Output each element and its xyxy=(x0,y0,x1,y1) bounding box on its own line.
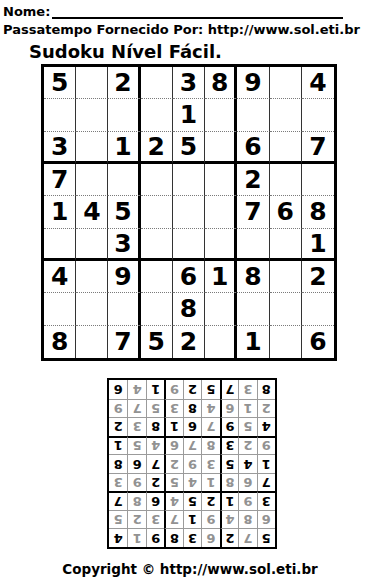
page-title: Sudoku Nível Fácil. xyxy=(29,41,222,62)
cell-r6c8 xyxy=(270,229,302,261)
cell-r8c8 xyxy=(270,293,302,325)
cell-r7c6: 1 xyxy=(205,261,237,293)
cell-r7c7: 8 xyxy=(237,261,269,293)
solution-cell-r2c9: 5 xyxy=(109,510,127,529)
cell-r2c9 xyxy=(302,99,334,131)
solution-cell-r3c6: 4 xyxy=(164,491,182,510)
cell-r8c4 xyxy=(141,293,173,325)
cell-r2c7 xyxy=(237,99,269,131)
cell-r2c5: 1 xyxy=(173,99,205,131)
solution-cell-r5c6: 2 xyxy=(164,454,182,473)
cell-r1c2 xyxy=(76,67,108,99)
solution-cell-r2c7: 3 xyxy=(146,510,164,529)
cell-r8c9 xyxy=(302,293,334,325)
solution-cell-r9c2: 3 xyxy=(238,380,256,399)
cell-r7c8 xyxy=(270,261,302,293)
solution-cell-r7c3: 9 xyxy=(220,417,238,436)
solution-cell-r9c3: 7 xyxy=(220,380,238,399)
solution-cell-r5c3: 5 xyxy=(220,454,238,473)
solution-cell-r2c6: 7 xyxy=(164,510,182,529)
cell-r8c6 xyxy=(205,293,237,325)
cell-r3c3: 1 xyxy=(108,132,140,164)
solution-cell-r1c3: 2 xyxy=(220,528,238,547)
cell-r6c7 xyxy=(237,229,269,261)
solution-cell-r6c4: 8 xyxy=(201,436,219,455)
solution-cell-r9c7: 1 xyxy=(146,380,164,399)
cell-r8c2 xyxy=(76,293,108,325)
cell-r5c4 xyxy=(141,196,173,228)
cell-r6c9: 1 xyxy=(302,229,334,261)
cell-r3c4: 2 xyxy=(141,132,173,164)
solution-cell-r6c9: 1 xyxy=(109,436,127,455)
solution-cell-r7c5: 6 xyxy=(183,417,201,436)
cell-r7c5: 6 xyxy=(173,261,205,293)
cell-r7c2 xyxy=(76,261,108,293)
cell-r4c9 xyxy=(302,164,334,196)
solution-cell-r1c2: 7 xyxy=(238,528,256,547)
solution-cell-r2c8: 2 xyxy=(127,510,145,529)
solution-cell-r6c1: 9 xyxy=(257,436,275,455)
cell-r9c6 xyxy=(205,326,237,358)
cell-r5c6 xyxy=(205,196,237,228)
cell-r1c9: 4 xyxy=(302,67,334,99)
cell-r8c1 xyxy=(44,293,76,325)
solution-cell-r4c9: 3 xyxy=(109,473,127,492)
solution-cell-r8c6: 3 xyxy=(164,399,182,418)
cell-r6c2 xyxy=(76,229,108,261)
solution-cell-r8c8: 7 xyxy=(127,399,145,418)
cell-r5c7: 7 xyxy=(237,196,269,228)
solution-cell-r4c3: 8 xyxy=(220,473,238,492)
solution-board-rotated: 5726389146849173253912546877681452931453… xyxy=(107,378,277,549)
solution-cell-r1c8: 1 xyxy=(127,528,145,547)
solution-cell-r4c6: 5 xyxy=(164,473,182,492)
cell-r8c3 xyxy=(108,293,140,325)
cell-r3c6 xyxy=(205,132,237,164)
cell-r7c3: 9 xyxy=(108,261,140,293)
solution-cell-r9c8: 4 xyxy=(127,380,145,399)
cell-r3c1: 3 xyxy=(44,132,76,164)
name-label: Nome: xyxy=(3,4,50,19)
cell-r1c4 xyxy=(141,67,173,99)
solution-cell-r3c9: 7 xyxy=(109,491,127,510)
cell-r6c3: 3 xyxy=(108,229,140,261)
solution-cell-r5c5: 9 xyxy=(183,454,201,473)
solution-cell-r8c7: 5 xyxy=(146,399,164,418)
cell-r4c7: 2 xyxy=(237,164,269,196)
solution-cell-r9c5: 2 xyxy=(183,380,201,399)
cell-r5c5 xyxy=(173,196,205,228)
cell-r3c9: 7 xyxy=(302,132,334,164)
solution-cell-r4c1: 7 xyxy=(257,473,275,492)
solution-cell-r2c1: 6 xyxy=(257,510,275,529)
solution-cell-r6c8: 5 xyxy=(127,436,145,455)
solution-cell-r6c3: 3 xyxy=(220,436,238,455)
solution-cell-r7c9: 2 xyxy=(109,417,127,436)
solution-cell-r2c5: 1 xyxy=(183,510,201,529)
cell-r1c5: 3 xyxy=(173,67,205,99)
cell-r2c6 xyxy=(205,99,237,131)
solution-cell-r9c6: 9 xyxy=(164,380,182,399)
solution-cell-r5c8: 6 xyxy=(127,454,145,473)
cell-r5c1: 1 xyxy=(44,196,76,228)
solution-cell-r7c1: 4 xyxy=(257,417,275,436)
solution-cell-r8c1: 2 xyxy=(257,399,275,418)
provided-by-text: Passatempo Fornecido Por: http://www.sol… xyxy=(3,22,360,37)
solution-cell-r5c4: 3 xyxy=(201,454,219,473)
name-row: Nome: xyxy=(3,3,343,19)
solution-cell-r9c1: 8 xyxy=(257,380,275,399)
cell-r5c9: 8 xyxy=(302,196,334,228)
solution-cell-r2c2: 8 xyxy=(238,510,256,529)
solution-cell-r5c7: 7 xyxy=(146,454,164,473)
cell-r2c1 xyxy=(44,99,76,131)
cell-r4c8 xyxy=(270,164,302,196)
solution-cell-r7c4: 7 xyxy=(201,417,219,436)
solution-cell-r1c5: 3 xyxy=(183,528,201,547)
cell-r4c5 xyxy=(173,164,205,196)
solution-cell-r6c6: 6 xyxy=(164,436,182,455)
solution-cell-r7c8: 3 xyxy=(127,417,145,436)
sudoku-solution-board: 5726389146849173253912546877681452931453… xyxy=(107,378,277,549)
solution-cell-r2c4: 9 xyxy=(201,510,219,529)
cell-r9c2 xyxy=(76,326,108,358)
cell-r4c3 xyxy=(108,164,140,196)
cell-r6c5 xyxy=(173,229,205,261)
solution-cell-r7c6: 1 xyxy=(164,417,182,436)
solution-cell-r3c2: 9 xyxy=(238,491,256,510)
cell-r3c7: 6 xyxy=(237,132,269,164)
cell-r4c1: 7 xyxy=(44,164,76,196)
cell-r7c9: 2 xyxy=(302,261,334,293)
name-blank-line xyxy=(52,3,343,19)
cell-r2c3 xyxy=(108,99,140,131)
cell-r8c5: 8 xyxy=(173,293,205,325)
solution-cell-r3c5: 5 xyxy=(183,491,201,510)
cell-r6c1 xyxy=(44,229,76,261)
solution-cell-r4c2: 6 xyxy=(238,473,256,492)
cell-r1c3: 2 xyxy=(108,67,140,99)
solution-cell-r2c3: 4 xyxy=(220,510,238,529)
cell-r2c8 xyxy=(270,99,302,131)
solution-cell-r4c7: 2 xyxy=(146,473,164,492)
cell-r6c4 xyxy=(141,229,173,261)
solution-cell-r6c5: 7 xyxy=(183,436,201,455)
cell-r9c3: 7 xyxy=(108,326,140,358)
solution-cell-r1c4: 6 xyxy=(201,528,219,547)
cell-r3c8 xyxy=(270,132,302,164)
cell-r5c2: 4 xyxy=(76,196,108,228)
cell-r8c7 xyxy=(237,293,269,325)
solution-cell-r3c4: 2 xyxy=(201,491,219,510)
solution-cell-r3c8: 8 xyxy=(127,491,145,510)
cell-r9c4: 5 xyxy=(141,326,173,358)
solution-cell-r1c9: 4 xyxy=(109,528,127,547)
copyright-text: Copyright © http://www.sol.eti.br xyxy=(0,561,380,577)
cell-r9c5: 2 xyxy=(173,326,205,358)
printable-sudoku-page: Nome: Passatempo Fornecido Por: http://w… xyxy=(0,0,380,585)
solution-cell-r7c2: 5 xyxy=(238,417,256,436)
solution-cell-r6c2: 2 xyxy=(238,436,256,455)
cell-r2c4 xyxy=(141,99,173,131)
solution-cell-r1c6: 8 xyxy=(164,528,182,547)
cell-r9c7: 1 xyxy=(237,326,269,358)
solution-cell-r9c4: 5 xyxy=(201,380,219,399)
solution-cell-r7c7: 8 xyxy=(146,417,164,436)
cell-r2c2 xyxy=(76,99,108,131)
cell-r9c1: 8 xyxy=(44,326,76,358)
solution-cell-r4c4: 1 xyxy=(201,473,219,492)
cell-r9c8 xyxy=(270,326,302,358)
cell-r5c8: 6 xyxy=(270,196,302,228)
solution-cell-r3c7: 6 xyxy=(146,491,164,510)
cell-r4c4 xyxy=(141,164,173,196)
cell-r6c6 xyxy=(205,229,237,261)
cell-r9c9: 6 xyxy=(302,326,334,358)
cell-r3c2 xyxy=(76,132,108,164)
solution-cell-r3c3: 1 xyxy=(220,491,238,510)
solution-cell-r1c7: 9 xyxy=(146,528,164,547)
solution-cell-r8c4: 4 xyxy=(201,399,219,418)
solution-cell-r9c9: 6 xyxy=(109,380,127,399)
solution-cell-r5c9: 8 xyxy=(109,454,127,473)
solution-cell-r5c2: 4 xyxy=(238,454,256,473)
sudoku-board: 523894131256772145768314961828875216 xyxy=(41,64,337,361)
solution-cell-r3c1: 3 xyxy=(257,491,275,510)
cell-r1c8 xyxy=(270,67,302,99)
cell-r5c3: 5 xyxy=(108,196,140,228)
cell-r4c2 xyxy=(76,164,108,196)
solution-cell-r8c5: 8 xyxy=(183,399,201,418)
solution-cell-r6c7: 4 xyxy=(146,436,164,455)
cell-r1c1: 5 xyxy=(44,67,76,99)
cell-r7c4 xyxy=(141,261,173,293)
cell-r4c6 xyxy=(205,164,237,196)
solution-cell-r8c3: 6 xyxy=(220,399,238,418)
solution-cell-r5c1: 1 xyxy=(257,454,275,473)
solution-cell-r4c8: 9 xyxy=(127,473,145,492)
cell-r1c7: 9 xyxy=(237,67,269,99)
solution-cell-r8c9: 9 xyxy=(109,399,127,418)
cell-r7c1: 4 xyxy=(44,261,76,293)
cell-r1c6: 8 xyxy=(205,67,237,99)
cell-r3c5: 5 xyxy=(173,132,205,164)
solution-cell-r4c5: 4 xyxy=(183,473,201,492)
solution-cell-r8c2: 1 xyxy=(238,399,256,418)
solution-cell-r1c1: 5 xyxy=(257,528,275,547)
